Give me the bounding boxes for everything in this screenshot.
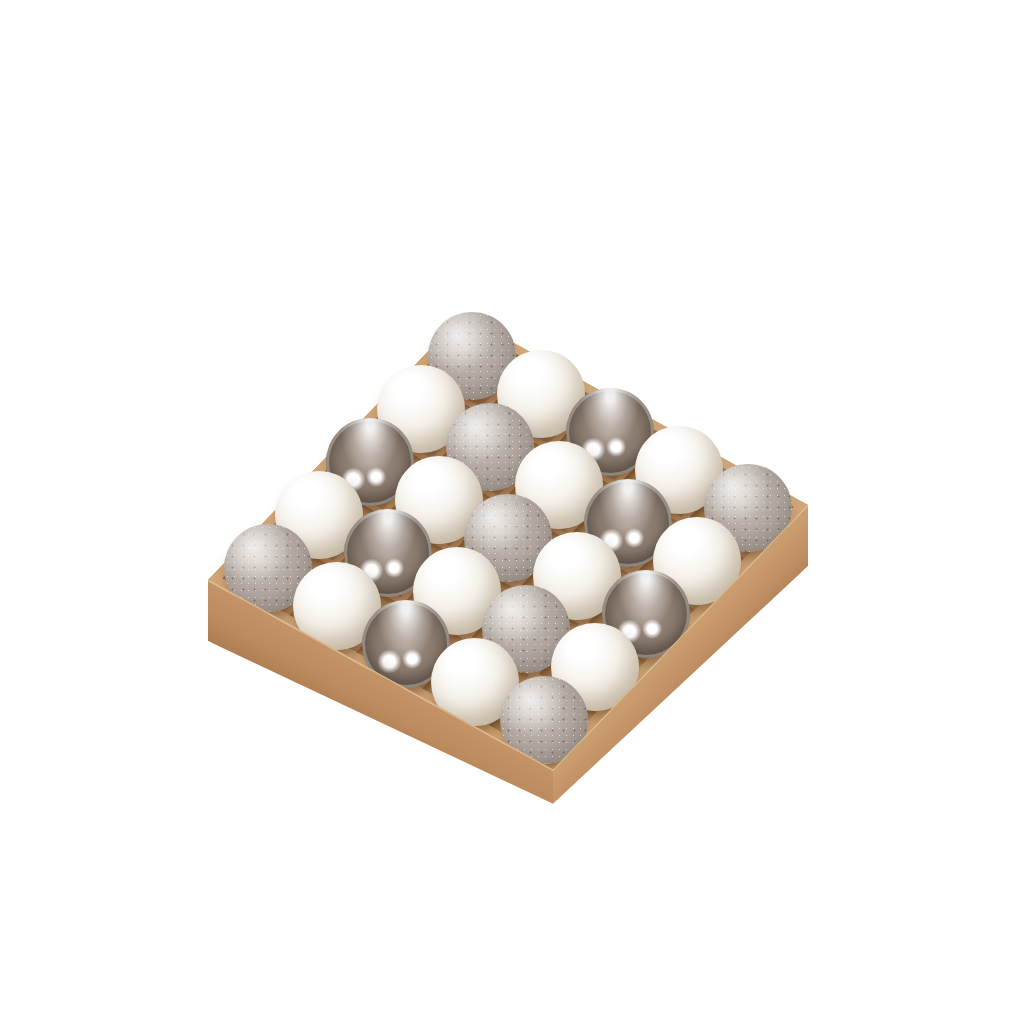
product-photo-scene (0, 0, 1024, 1024)
